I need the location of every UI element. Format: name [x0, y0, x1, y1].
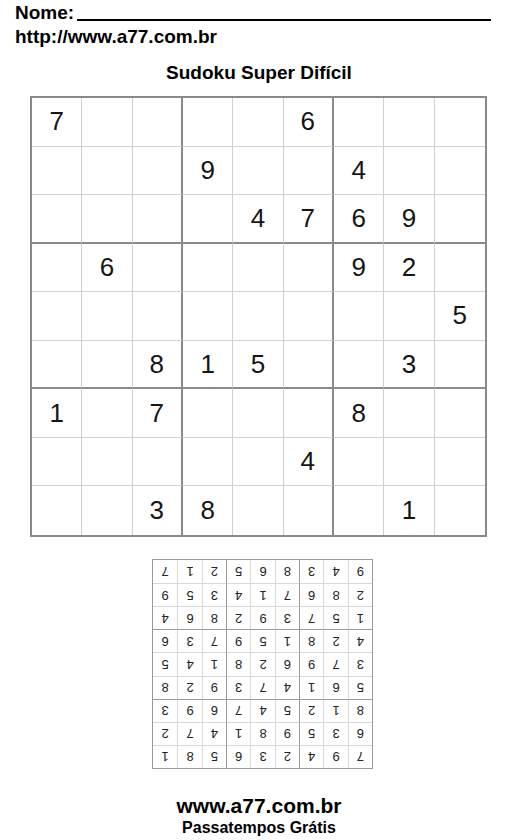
solution-cell-r9c2: 4 [323, 560, 347, 583]
puzzle-cell-r3c2 [82, 195, 132, 244]
solution-cell-r8c6: 4 [226, 583, 250, 606]
solution-cell-r2c5: 8 [250, 722, 274, 745]
puzzle-cell-r8c7 [334, 438, 384, 487]
puzzle-cell-r2c7: 4 [334, 147, 384, 196]
solution-cell-r6c2: 2 [323, 629, 347, 652]
puzzle-cell-r5c8 [384, 292, 434, 341]
puzzle-cell-r6c8: 3 [384, 341, 434, 390]
puzzle-cell-r7c9 [435, 389, 485, 438]
solution-cell-r2c3: 5 [299, 722, 323, 745]
puzzle-cell-r9c6 [284, 486, 334, 535]
solution-cell-r4c3: 1 [299, 676, 323, 699]
solution-cell-r4c6: 3 [226, 676, 250, 699]
puzzle-cell-r1c3 [133, 98, 183, 147]
solution-cell-r2c7: 4 [202, 722, 226, 745]
puzzle-cell-r5c4 [183, 292, 233, 341]
page-title: Sudoku Super Difícil [0, 62, 518, 84]
solution-cell-r2c8: 7 [177, 722, 201, 745]
solution-cell-r8c2: 8 [323, 583, 347, 606]
solution-cell-r3c8: 9 [177, 699, 201, 722]
puzzle-cell-r5c9: 5 [435, 292, 485, 341]
puzzle-cell-r7c5 [233, 389, 283, 438]
puzzle-cell-r8c6: 4 [284, 438, 334, 487]
puzzle-cell-r1c1: 7 [32, 98, 82, 147]
puzzle-cell-r8c4 [183, 438, 233, 487]
puzzle-cell-r5c5 [233, 292, 283, 341]
solution-cell-r3c2: 1 [323, 699, 347, 722]
solution-cell-r4c5: 7 [250, 676, 274, 699]
solution-cell-r3c1: 8 [348, 699, 372, 722]
footer-tagline: Passatempos Grátis [0, 819, 518, 837]
puzzle-cell-r4c1 [32, 244, 82, 293]
puzzle-cell-r2c4: 9 [183, 147, 233, 196]
solution-cell-r3c5: 4 [250, 699, 274, 722]
solution-cell-r9c7: 2 [202, 560, 226, 583]
solution-cell-r6c9: 6 [153, 629, 177, 652]
solution-cell-r6c3: 8 [299, 629, 323, 652]
puzzle-cell-r1c5 [233, 98, 283, 147]
puzzle-cell-r3c6: 7 [284, 195, 334, 244]
puzzle-cell-r4c2: 6 [82, 244, 132, 293]
puzzle-cell-r3c1 [32, 195, 82, 244]
solution-cell-r1c8: 8 [177, 745, 201, 768]
solution-cell-r1c5: 3 [250, 745, 274, 768]
puzzle-cell-r2c6 [284, 147, 334, 196]
site-url: http://www.a77.com.br [15, 26, 217, 48]
solution-cell-r7c5: 9 [250, 606, 274, 629]
puzzle-cell-r9c8: 1 [384, 486, 434, 535]
puzzle-cell-r9c1 [32, 486, 82, 535]
footer-site: www.a77.com.br [0, 794, 518, 818]
puzzle-cell-r6c3: 8 [133, 341, 183, 390]
solution-cell-r2c1: 6 [348, 722, 372, 745]
solution-cell-r8c5: 1 [250, 583, 274, 606]
puzzle-cell-r6c5: 5 [233, 341, 283, 390]
solution-cell-r9c4: 8 [275, 560, 299, 583]
solution-cell-r4c1: 5 [348, 676, 372, 699]
puzzle-cell-r1c4 [183, 98, 233, 147]
puzzle-cell-r6c1 [32, 341, 82, 390]
puzzle-cell-r3c5: 4 [233, 195, 283, 244]
solution-cell-r2c4: 9 [275, 722, 299, 745]
solution-cell-r6c1: 4 [348, 629, 372, 652]
puzzle-cell-r9c7 [334, 486, 384, 535]
solution-cell-r5c8: 4 [177, 652, 201, 675]
solution-cell-r9c3: 3 [299, 560, 323, 583]
solution-cell-r6c7: 7 [202, 629, 226, 652]
puzzle-cell-r7c4 [183, 389, 233, 438]
puzzle-cell-r7c8 [384, 389, 434, 438]
solution-cell-r7c6: 2 [226, 606, 250, 629]
name-write-line [77, 0, 491, 21]
solution-cell-r9c1: 9 [348, 560, 372, 583]
puzzle-cell-r3c9 [435, 195, 485, 244]
solution-cell-r7c7: 8 [202, 606, 226, 629]
puzzle-cell-r3c4 [183, 195, 233, 244]
solution-cell-r8c3: 6 [299, 583, 323, 606]
puzzle-cell-r1c7 [334, 98, 384, 147]
puzzle-cell-r4c3 [133, 244, 183, 293]
puzzle-cell-r4c9 [435, 244, 485, 293]
solution-cell-r8c1: 2 [348, 583, 372, 606]
solution-cell-r8c9: 9 [153, 583, 177, 606]
puzzle-cell-r3c7: 6 [334, 195, 384, 244]
solution-cell-r3c9: 3 [153, 699, 177, 722]
puzzle-cell-r8c1 [32, 438, 82, 487]
solution-cell-r8c7: 3 [202, 583, 226, 606]
puzzle-cell-r4c4 [183, 244, 233, 293]
solution-cell-r8c8: 5 [177, 583, 201, 606]
solution-cell-r2c2: 3 [323, 722, 347, 745]
puzzle-cell-r1c2 [82, 98, 132, 147]
solution-cell-r6c4: 1 [275, 629, 299, 652]
puzzle-cell-r1c8 [384, 98, 434, 147]
puzzle-cell-r8c2 [82, 438, 132, 487]
solution-cell-r2c6: 1 [226, 722, 250, 745]
puzzle-cell-r6c7 [334, 341, 384, 390]
puzzle-cell-r5c7 [334, 292, 384, 341]
solution-cell-r2c9: 2 [153, 722, 177, 745]
puzzle-cell-r8c5 [233, 438, 283, 487]
solution-cell-r6c5: 5 [250, 629, 274, 652]
solution-cell-r1c1: 7 [348, 745, 372, 768]
solution-cell-r7c4: 3 [275, 606, 299, 629]
solution-cell-r7c1: 1 [348, 606, 372, 629]
solution-cell-r5c9: 5 [153, 652, 177, 675]
sudoku-grid: 76944769692581531784381 [30, 96, 487, 537]
puzzle-cell-r5c1 [32, 292, 82, 341]
solution-cell-r3c3: 2 [299, 699, 323, 722]
puzzle-cell-r4c8: 2 [384, 244, 434, 293]
solution-cell-r1c6: 6 [226, 745, 250, 768]
solution-cell-r7c3: 7 [299, 606, 323, 629]
solution-cell-r4c2: 6 [323, 676, 347, 699]
puzzle-cell-r8c9 [435, 438, 485, 487]
puzzle-cell-r2c5 [233, 147, 283, 196]
puzzle-cell-r6c6 [284, 341, 334, 390]
puzzle-cell-r9c5 [233, 486, 283, 535]
solution-cell-r1c4: 2 [275, 745, 299, 768]
solution-cell-r5c3: 9 [299, 652, 323, 675]
puzzle-cell-r1c9 [435, 98, 485, 147]
puzzle-cell-r2c9 [435, 147, 485, 196]
puzzle-cell-r2c3 [133, 147, 183, 196]
solution-cell-r3c6: 7 [226, 699, 250, 722]
solution-cell-r3c7: 6 [202, 699, 226, 722]
solution-cell-r7c9: 4 [153, 606, 177, 629]
puzzle-cell-r7c1: 1 [32, 389, 82, 438]
sudoku-solution-grid-upside-down: 7942365816359814728125476935614739283796… [152, 559, 373, 769]
puzzle-cell-r1c6: 6 [284, 98, 334, 147]
name-label: Nome: [15, 2, 74, 24]
puzzle-cell-r6c9 [435, 341, 485, 390]
puzzle-cell-r7c6 [284, 389, 334, 438]
solution-cell-r8c4: 7 [275, 583, 299, 606]
solution-cell-r5c4: 6 [275, 652, 299, 675]
puzzle-cell-r2c1 [32, 147, 82, 196]
puzzle-cell-r8c8 [384, 438, 434, 487]
puzzle-cell-r9c3: 3 [133, 486, 183, 535]
puzzle-cell-r7c3: 7 [133, 389, 183, 438]
solution-cell-r9c5: 6 [250, 560, 274, 583]
solution-cell-r6c8: 3 [177, 629, 201, 652]
puzzle-cell-r7c2 [82, 389, 132, 438]
solution-cell-r5c5: 2 [250, 652, 274, 675]
solution-cell-r5c6: 8 [226, 652, 250, 675]
puzzle-cell-r5c6 [284, 292, 334, 341]
solution-cell-r4c7: 9 [202, 676, 226, 699]
solution-cell-r1c2: 9 [323, 745, 347, 768]
solution-cell-r9c9: 7 [153, 560, 177, 583]
puzzle-cell-r9c2 [82, 486, 132, 535]
solution-cell-r3c4: 5 [275, 699, 299, 722]
puzzle-cell-r2c8 [384, 147, 434, 196]
puzzle-cell-r3c8: 9 [384, 195, 434, 244]
solution-cell-r5c7: 1 [202, 652, 226, 675]
solution-cell-r1c9: 1 [153, 745, 177, 768]
puzzle-cell-r7c7: 8 [334, 389, 384, 438]
puzzle-cell-r8c3 [133, 438, 183, 487]
solution-cell-r5c2: 7 [323, 652, 347, 675]
solution-cell-r6c6: 9 [226, 629, 250, 652]
puzzle-cell-r4c6 [284, 244, 334, 293]
puzzle-cell-r9c9 [435, 486, 485, 535]
puzzle-cell-r9c4: 8 [183, 486, 233, 535]
solution-cell-r4c4: 4 [275, 676, 299, 699]
worksheet-page: Nome: http://www.a77.com.br Sudoku Super… [0, 0, 518, 840]
solution-cell-r9c8: 1 [177, 560, 201, 583]
solution-cell-r4c8: 2 [177, 676, 201, 699]
puzzle-cell-r6c2 [82, 341, 132, 390]
solution-cell-r9c6: 5 [226, 560, 250, 583]
solution-cell-r5c1: 3 [348, 652, 372, 675]
puzzle-cell-r4c5 [233, 244, 283, 293]
solution-cell-r4c9: 8 [153, 676, 177, 699]
solution-cell-r7c2: 5 [323, 606, 347, 629]
puzzle-cell-r6c4: 1 [183, 341, 233, 390]
solution-cell-r7c8: 6 [177, 606, 201, 629]
solution-cell-r1c7: 5 [202, 745, 226, 768]
puzzle-cell-r4c7: 9 [334, 244, 384, 293]
puzzle-cell-r2c2 [82, 147, 132, 196]
puzzle-cell-r3c3 [133, 195, 183, 244]
puzzle-cell-r5c2 [82, 292, 132, 341]
puzzle-cell-r5c3 [133, 292, 183, 341]
solution-cell-r1c3: 4 [299, 745, 323, 768]
